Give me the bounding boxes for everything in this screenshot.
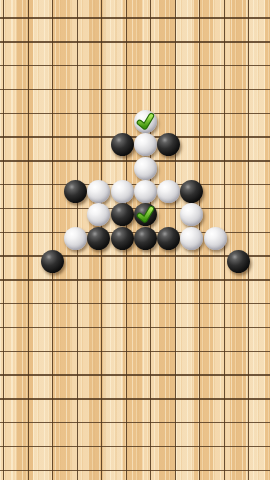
last-move-check-icon — [135, 112, 156, 131]
stone-black — [87, 227, 110, 250]
stone-white — [134, 157, 157, 180]
last-move-check-icon — [135, 205, 156, 224]
stone-black — [111, 203, 134, 226]
stone-black — [111, 133, 134, 156]
stone-white — [87, 180, 110, 203]
app-screen — [0, 0, 270, 480]
stone-white — [157, 180, 180, 203]
stone-black — [180, 180, 203, 203]
stone-white — [64, 227, 87, 250]
stone-white — [204, 227, 227, 250]
stone-white — [134, 133, 157, 156]
stone-black — [41, 250, 64, 273]
stone-black — [64, 180, 87, 203]
stone-white-last-move — [134, 110, 157, 133]
stone-black — [134, 227, 157, 250]
gomoku-board[interactable] — [0, 0, 270, 480]
stone-white — [87, 203, 110, 226]
stone-white — [111, 180, 134, 203]
stone-black — [111, 227, 134, 250]
stone-black — [227, 250, 250, 273]
stone-black — [157, 227, 180, 250]
stone-black — [157, 133, 180, 156]
stone-white — [180, 227, 203, 250]
stone-white — [134, 180, 157, 203]
stone-white — [180, 203, 203, 226]
stone-black-last-move — [134, 203, 157, 226]
